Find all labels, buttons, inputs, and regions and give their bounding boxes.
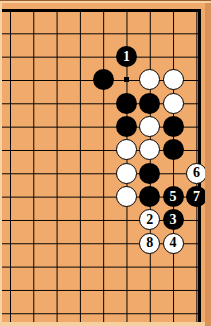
go-stone-black-move-3: 3 — [163, 209, 184, 230]
go-stone-white — [116, 186, 137, 207]
go-stone-black — [139, 163, 160, 184]
diagram-border-left — [0, 1, 2, 326]
go-stone-black-move-1: 1 — [116, 46, 137, 67]
diagram-border-top — [0, 0, 211, 3]
go-diagram: 16572384 — [0, 0, 211, 326]
go-stone-white-move-4: 4 — [163, 233, 184, 254]
go-stone-white — [139, 69, 160, 90]
go-stone-black — [163, 139, 184, 160]
go-stone-white-move-2: 2 — [139, 209, 160, 230]
go-board: 16572384 — [0, 0, 208, 325]
go-stone-black — [93, 69, 114, 90]
go-stone-black — [139, 186, 160, 207]
go-stone-black — [116, 93, 137, 114]
go-stone-black-move-5: 5 — [163, 186, 184, 207]
diagram-border-bottom — [0, 322, 205, 326]
go-stone-black — [116, 116, 137, 137]
go-stone-white-move-6: 6 — [186, 163, 207, 184]
go-stone-white — [139, 116, 160, 137]
diagram-border-right — [205, 1, 211, 326]
go-stone-white — [116, 139, 137, 160]
go-stone-black — [163, 116, 184, 137]
go-stone-white-move-8: 8 — [139, 233, 160, 254]
go-stone-black — [139, 93, 160, 114]
star-point — [124, 77, 129, 82]
go-stone-white — [116, 163, 137, 184]
go-stone-white — [139, 139, 160, 160]
go-stone-white — [163, 93, 184, 114]
go-stone-black-move-7: 7 — [186, 186, 207, 207]
go-stone-white — [163, 69, 184, 90]
